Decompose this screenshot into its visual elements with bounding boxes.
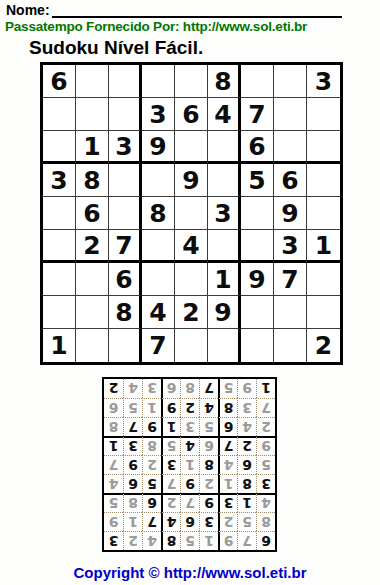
puzzle-cell-r3c6: [208, 131, 241, 164]
puzzle-cell-r1c9: 3: [307, 65, 340, 98]
solution-cell-r3c4: 9: [199, 493, 218, 512]
puzzle-cell-r3c1: [43, 131, 76, 164]
puzzle-cell-r8c1: [43, 296, 76, 329]
copyright-link[interactable]: Copyright © http://www.sol.eti.br: [0, 564, 380, 581]
puzzle-cell-r5c3: [109, 197, 142, 230]
solution-cell-r4c2: 8: [237, 474, 256, 493]
puzzle-cell-r8c9: [307, 296, 340, 329]
puzzle-cell-r1c8: [274, 65, 307, 98]
puzzle-cell-r5c7: [241, 197, 274, 230]
puzzle-cell-r9c8: [274, 329, 307, 362]
solution-cell-r7c7: 9: [142, 417, 161, 436]
puzzle-cell-r3c5: [175, 131, 208, 164]
puzzle-cell-r6c4: [142, 230, 175, 263]
name-row: Nome:: [6, 2, 342, 18]
puzzle-cell-r4c6: [208, 164, 241, 197]
puzzle-cell-r2c5: 6: [175, 98, 208, 131]
solution-cell-r3c1: 4: [256, 493, 275, 512]
solution-cell-r4c9: 4: [104, 474, 123, 493]
solution-cell-r9c3: 5: [218, 379, 237, 398]
solution-cell-r1c1: 6: [256, 531, 275, 550]
solution-cell-r3c9: 5: [104, 493, 123, 512]
puzzle-cell-r3c4: 9: [142, 131, 175, 164]
solution-cell-r9c2: 9: [237, 379, 256, 398]
solution-cell-r6c7: 8: [142, 436, 161, 455]
solution-cell-r5c7: 2: [142, 455, 161, 474]
puzzle-cell-r6c3: 7: [109, 230, 142, 263]
solution-cell-r5c9: 7: [104, 455, 123, 474]
puzzle-cell-r1c1: 6: [43, 65, 76, 98]
puzzle-cell-r6c7: [241, 230, 274, 263]
solution-cell-r5c8: 9: [123, 455, 142, 474]
solution-cell-r1c5: 5: [180, 531, 199, 550]
solution-cell-r2c7: 7: [142, 512, 161, 531]
solution-cell-r3c8: 8: [123, 493, 142, 512]
solution-cell-r8c3: 8: [218, 398, 237, 417]
puzzle-cell-r7c8: 7: [274, 263, 307, 296]
solution-cell-r2c8: 1: [123, 512, 142, 531]
solution-cell-r7c3: 6: [218, 417, 237, 436]
solution-cell-r2c4: 3: [199, 512, 218, 531]
solution-cell-r9c5: 8: [180, 379, 199, 398]
puzzle-cell-r7c7: 9: [241, 263, 274, 296]
puzzle-cell-r1c6: 8: [208, 65, 241, 98]
puzzle-cell-r9c6: [208, 329, 241, 362]
solution-cell-r8c4: 4: [199, 398, 218, 417]
puzzle-cell-r5c1: [43, 197, 76, 230]
puzzle-cell-r7c9: [307, 263, 340, 296]
printable-sudoku-page: Nome: Passatempo Fornecido Por: http://w…: [0, 0, 380, 585]
puzzle-cell-r4c8: 6: [274, 164, 307, 197]
solution-cell-r3c6: 2: [161, 493, 180, 512]
solution-cell-r7c4: 5: [199, 417, 218, 436]
puzzle-cell-r8c5: 2: [175, 296, 208, 329]
solution-cell-r6c8: 3: [123, 436, 142, 455]
solution-cell-r1c4: 1: [199, 531, 218, 550]
solution-cell-r6c3: 7: [218, 436, 237, 455]
puzzle-cell-r4c9: [307, 164, 340, 197]
puzzle-cell-r1c5: [175, 65, 208, 98]
puzzle-cell-r2c8: [274, 98, 307, 131]
solution-cell-r2c5: 6: [180, 512, 199, 531]
solution-cell-r2c9: 9: [104, 512, 123, 531]
puzzle-cell-r6c5: 4: [175, 230, 208, 263]
puzzle-cell-r4c7: 5: [241, 164, 274, 197]
puzzle-cell-r5c8: 9: [274, 197, 307, 230]
puzzle-cell-r4c2: 8: [76, 164, 109, 197]
solution-cell-r7c9: 8: [104, 417, 123, 436]
puzzle-cell-r1c4: [142, 65, 175, 98]
solution-cell-r1c2: 7: [237, 531, 256, 550]
solution-cell-r6c9: 1: [104, 436, 123, 455]
solution-cell-r7c6: 1: [161, 417, 180, 436]
puzzle-cell-r3c2: 1: [76, 131, 109, 164]
solution-cell-r6c1: 9: [256, 436, 275, 455]
solution-cell-r5c6: 3: [161, 455, 180, 474]
solution-cell-r5c2: 6: [237, 455, 256, 474]
solution-cell-r2c2: 5: [237, 512, 256, 531]
puzzle-cell-r2c2: [76, 98, 109, 131]
puzzle-cell-r8c2: [76, 296, 109, 329]
puzzle-cell-r2c6: 4: [208, 98, 241, 131]
puzzle-cell-r4c5: 9: [175, 164, 208, 197]
solution-cell-r6c6: 5: [161, 436, 180, 455]
solution-cell-r8c5: 2: [180, 398, 199, 417]
puzzle-cell-r9c4: 7: [142, 329, 175, 362]
puzzle-cell-r2c4: 3: [142, 98, 175, 131]
solution-cell-r5c5: 1: [180, 455, 199, 474]
name-fill-line: [52, 3, 342, 18]
puzzle-cell-r3c8: [274, 131, 307, 164]
solution-cell-r9c7: 3: [142, 379, 161, 398]
solution-cell-r4c4: 2: [199, 474, 218, 493]
puzzle-cell-r6c1: [43, 230, 76, 263]
name-label: Nome:: [6, 2, 50, 18]
puzzle-cell-r9c9: 2: [307, 329, 340, 362]
solution-cell-r4c6: 7: [161, 474, 180, 493]
solution-cell-r1c9: 3: [104, 531, 123, 550]
solution-cell-r9c8: 4: [123, 379, 142, 398]
solution-cell-r6c5: 4: [180, 436, 199, 455]
solution-cell-r9c1: 1: [256, 379, 275, 398]
solution-cell-r4c5: 9: [180, 474, 199, 493]
puzzle-cell-r1c3: [109, 65, 142, 98]
solution-cell-r1c7: 4: [142, 531, 161, 550]
puzzle-cell-r2c3: [109, 98, 142, 131]
solution-cell-r9c9: 2: [104, 379, 123, 398]
solution-cell-r1c8: 2: [123, 531, 142, 550]
puzzle-cell-r5c9: [307, 197, 340, 230]
page-title: Sudoku Nível Fácil.: [29, 37, 203, 59]
puzzle-cell-r9c5: [175, 329, 208, 362]
solution-cell-r1c3: 9: [218, 531, 237, 550]
solution-cell-r4c1: 3: [256, 474, 275, 493]
solution-cell-r5c1: 5: [256, 455, 275, 474]
solution-cell-r8c8: 5: [123, 398, 142, 417]
puzzle-cell-r3c3: 3: [109, 131, 142, 164]
solution-cell-r3c7: 6: [142, 493, 161, 512]
solution-cell-r4c7: 5: [142, 474, 161, 493]
puzzle-cell-r7c2: [76, 263, 109, 296]
puzzle-cell-r8c8: [274, 296, 307, 329]
solution-cell-r3c3: 3: [218, 493, 237, 512]
puzzle-cell-r2c9: [307, 98, 340, 131]
puzzle-cell-r8c4: 4: [142, 296, 175, 329]
puzzle-cell-r2c1: [43, 98, 76, 131]
puzzle-cell-r6c9: 1: [307, 230, 340, 263]
solution-cell-r2c3: 2: [218, 512, 237, 531]
solution-cell-r3c2: 1: [237, 493, 256, 512]
solution-cell-r6c2: 2: [237, 436, 256, 455]
puzzle-cell-r9c3: [109, 329, 142, 362]
solution-cell-r7c1: 2: [256, 417, 275, 436]
solution-cell-r7c8: 7: [123, 417, 142, 436]
solution-cell-r7c2: 4: [237, 417, 256, 436]
puzzle-cell-r3c7: 6: [241, 131, 274, 164]
puzzle-cell-r5c6: 3: [208, 197, 241, 230]
puzzle-cell-r4c1: 3: [43, 164, 76, 197]
puzzle-cell-r6c2: 2: [76, 230, 109, 263]
puzzle-cell-r7c5: [175, 263, 208, 296]
puzzle-cell-r5c4: 8: [142, 197, 175, 230]
solution-cell-r8c1: 7: [256, 398, 275, 417]
puzzle-cell-r1c7: [241, 65, 274, 98]
solution-cell-r2c6: 4: [161, 512, 180, 531]
puzzle-cell-r2c7: 7: [241, 98, 274, 131]
solution-cell-r5c4: 8: [199, 455, 218, 474]
solution-cell-r8c7: 1: [142, 398, 161, 417]
solution-cell-r1c6: 8: [161, 531, 180, 550]
puzzle-cell-r9c1: 1: [43, 329, 76, 362]
solution-cell-r4c8: 6: [123, 474, 142, 493]
puzzle-cell-r9c2: [76, 329, 109, 362]
puzzle-cell-r8c3: 8: [109, 296, 142, 329]
solution-cell-r6c4: 6: [199, 436, 218, 455]
puzzle-cell-r3c9: [307, 131, 340, 164]
puzzle-cell-r7c4: [142, 263, 175, 296]
puzzle-cell-r5c2: 6: [76, 197, 109, 230]
solution-cell-r8c2: 3: [237, 398, 256, 417]
puzzle-cell-r7c6: 1: [208, 263, 241, 296]
solution-cell-r5c3: 4: [218, 455, 237, 474]
puzzle-cell-r4c3: [109, 164, 142, 197]
puzzle-cell-r7c3: 6: [109, 263, 142, 296]
sudoku-solution-grid-upside-down: 6791584238523647194139726853812975645648…: [102, 377, 277, 552]
puzzle-cell-r9c7: [241, 329, 274, 362]
solution-cell-r7c5: 3: [180, 417, 199, 436]
solution-cell-r2c1: 8: [256, 512, 275, 531]
solution-cell-r9c4: 7: [199, 379, 218, 398]
sudoku-puzzle-grid: 683364713963895668392743161978429172: [40, 62, 343, 365]
puzzle-cell-r8c7: [241, 296, 274, 329]
puzzle-cell-r6c6: [208, 230, 241, 263]
solution-cell-r9c6: 6: [161, 379, 180, 398]
solution-cell-r8c9: 6: [104, 398, 123, 417]
provider-line: Passatempo Fornecido Por: http://www.sol…: [5, 19, 377, 34]
solution-cell-r3c5: 7: [180, 493, 199, 512]
puzzle-cell-r1c2: [76, 65, 109, 98]
solution-cell-r4c3: 1: [218, 474, 237, 493]
puzzle-cell-r8c6: 9: [208, 296, 241, 329]
puzzle-cell-r6c8: 3: [274, 230, 307, 263]
puzzle-cell-r4c4: [142, 164, 175, 197]
solution-cell-r8c6: 9: [161, 398, 180, 417]
puzzle-cell-r7c1: [43, 263, 76, 296]
puzzle-cell-r5c5: [175, 197, 208, 230]
